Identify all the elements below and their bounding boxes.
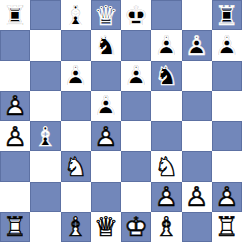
black-bishop-outline-icon: ♗ — [61, 0, 91, 30]
square-b1[interactable] — [30, 212, 60, 242]
square-c8[interactable]: ♝♗ — [61, 0, 91, 30]
square-c5[interactable] — [61, 91, 91, 121]
piece-black-knight: ♞♘ — [91, 30, 121, 60]
piece-black-rook: ♜♖ — [0, 0, 30, 30]
piece-white-rook: ♜♖ — [0, 212, 30, 242]
square-h8[interactable]: ♜♖ — [212, 0, 242, 30]
square-g4[interactable] — [182, 121, 212, 151]
white-pawn-outline-icon: ♙ — [0, 121, 30, 151]
square-d2[interactable] — [91, 182, 121, 212]
piece-black-pawn: ♟♙ — [182, 30, 212, 60]
square-b5[interactable] — [30, 91, 60, 121]
piece-white-pawn: ♟♙ — [0, 91, 30, 121]
square-e5[interactable] — [121, 91, 151, 121]
piece-white-pawn: ♟♙ — [91, 121, 121, 151]
square-c6[interactable]: ♟♙ — [61, 61, 91, 91]
square-f3[interactable]: ♞♘ — [151, 151, 181, 181]
piece-black-pawn: ♟♙ — [91, 91, 121, 121]
white-pawn-outline-icon: ♙ — [212, 182, 242, 212]
square-c2[interactable] — [61, 182, 91, 212]
piece-white-pawn: ♟♙ — [212, 182, 242, 212]
piece-white-knight: ♞♘ — [151, 151, 181, 181]
black-king-outline-icon: ♔ — [121, 0, 151, 30]
piece-white-queen: ♛♕ — [91, 212, 121, 242]
square-f8[interactable] — [151, 0, 181, 30]
black-knight-outline-icon: ♘ — [91, 30, 121, 60]
square-b2[interactable] — [30, 182, 60, 212]
square-g6[interactable] — [182, 61, 212, 91]
square-g5[interactable] — [182, 91, 212, 121]
black-knight-outline-icon: ♘ — [151, 61, 181, 91]
square-c3[interactable]: ♞♘ — [61, 151, 91, 181]
chess-board: ♜♖♝♗♛♕♚♔♜♖♞♘♟♙♟♙♟♙♟♙♟♙♞♘♟♙♟♙♟♙♝♗♟♙♞♘♞♘♟♙… — [0, 0, 242, 242]
white-pawn-outline-icon: ♙ — [182, 182, 212, 212]
square-a6[interactable] — [0, 61, 30, 91]
square-g2[interactable]: ♟♙ — [182, 182, 212, 212]
white-queen-outline-icon: ♕ — [91, 212, 121, 242]
white-pawn-outline-icon: ♙ — [0, 91, 30, 121]
white-pawn-outline-icon: ♙ — [91, 121, 121, 151]
black-pawn-outline-icon: ♙ — [182, 30, 212, 60]
black-rook-outline-icon: ♖ — [212, 0, 242, 30]
square-a2[interactable] — [0, 182, 30, 212]
piece-black-rook: ♜♖ — [212, 0, 242, 30]
square-f5[interactable] — [151, 91, 181, 121]
white-bishop-outline-icon: ♗ — [61, 212, 91, 242]
square-e8[interactable]: ♚♔ — [121, 0, 151, 30]
square-a7[interactable] — [0, 30, 30, 60]
square-f7[interactable]: ♟♙ — [151, 30, 181, 60]
black-pawn-outline-icon: ♙ — [212, 30, 242, 60]
piece-white-pawn: ♟♙ — [182, 182, 212, 212]
black-rook-outline-icon: ♖ — [0, 0, 30, 30]
piece-black-pawn: ♟♙ — [212, 30, 242, 60]
square-h7[interactable]: ♟♙ — [212, 30, 242, 60]
piece-white-rook: ♜♖ — [212, 212, 242, 242]
piece-black-pawn: ♟♙ — [121, 61, 151, 91]
square-c7[interactable] — [61, 30, 91, 60]
piece-white-pawn: ♟♙ — [151, 182, 181, 212]
square-h6[interactable] — [212, 61, 242, 91]
square-g3[interactable] — [182, 151, 212, 181]
piece-black-knight: ♞♘ — [151, 61, 181, 91]
piece-black-bishop: ♝♗ — [30, 121, 60, 151]
square-d3[interactable] — [91, 151, 121, 181]
square-a5[interactable]: ♟♙ — [0, 91, 30, 121]
piece-black-queen: ♛♕ — [91, 0, 121, 30]
square-d1[interactable]: ♛♕ — [91, 212, 121, 242]
square-g8[interactable] — [182, 0, 212, 30]
square-f2[interactable]: ♟♙ — [151, 182, 181, 212]
piece-white-bishop: ♝♗ — [61, 212, 91, 242]
square-c4[interactable] — [61, 121, 91, 151]
square-f6[interactable]: ♞♘ — [151, 61, 181, 91]
piece-white-knight: ♞♘ — [61, 151, 91, 181]
square-h1[interactable]: ♜♖ — [212, 212, 242, 242]
square-h3[interactable] — [212, 151, 242, 181]
square-a8[interactable]: ♜♖ — [0, 0, 30, 30]
black-pawn-outline-icon: ♙ — [151, 30, 181, 60]
square-c1[interactable]: ♝♗ — [61, 212, 91, 242]
square-h5[interactable] — [212, 91, 242, 121]
square-f4[interactable] — [151, 121, 181, 151]
white-knight-outline-icon: ♘ — [61, 151, 91, 181]
square-b7[interactable] — [30, 30, 60, 60]
piece-black-king: ♚♔ — [121, 0, 151, 30]
square-e7[interactable] — [121, 30, 151, 60]
square-d4[interactable]: ♟♙ — [91, 121, 121, 151]
piece-black-bishop: ♝♗ — [61, 0, 91, 30]
black-pawn-outline-icon: ♙ — [91, 91, 121, 121]
square-e6[interactable]: ♟♙ — [121, 61, 151, 91]
square-b8[interactable] — [30, 0, 60, 30]
square-h4[interactable] — [212, 121, 242, 151]
black-pawn-outline-icon: ♙ — [121, 61, 151, 91]
square-f1[interactable]: ♝♗ — [151, 212, 181, 242]
white-pawn-outline-icon: ♙ — [151, 182, 181, 212]
square-d6[interactable] — [91, 61, 121, 91]
piece-black-pawn: ♟♙ — [61, 61, 91, 91]
square-a4[interactable]: ♟♙ — [0, 121, 30, 151]
piece-white-pawn: ♟♙ — [0, 121, 30, 151]
piece-white-king: ♚♔ — [121, 212, 151, 242]
square-g7[interactable]: ♟♙ — [182, 30, 212, 60]
square-e3[interactable] — [121, 151, 151, 181]
white-rook-outline-icon: ♖ — [212, 212, 242, 242]
square-b4[interactable]: ♝♗ — [30, 121, 60, 151]
square-e4[interactable] — [121, 121, 151, 151]
square-b6[interactable] — [30, 61, 60, 91]
square-d7[interactable]: ♞♘ — [91, 30, 121, 60]
black-bishop-outline-icon: ♗ — [30, 121, 60, 151]
piece-white-bishop: ♝♗ — [151, 212, 181, 242]
white-knight-outline-icon: ♘ — [151, 151, 181, 181]
white-bishop-outline-icon: ♗ — [151, 212, 181, 242]
square-h2[interactable]: ♟♙ — [212, 182, 242, 212]
square-g1[interactable] — [182, 212, 212, 242]
square-a1[interactable]: ♜♖ — [0, 212, 30, 242]
square-b3[interactable] — [30, 151, 60, 181]
black-pawn-outline-icon: ♙ — [61, 61, 91, 91]
square-e2[interactable] — [121, 182, 151, 212]
square-e1[interactable]: ♚♔ — [121, 212, 151, 242]
white-rook-outline-icon: ♖ — [0, 212, 30, 242]
piece-black-pawn: ♟♙ — [151, 30, 181, 60]
square-a3[interactable] — [0, 151, 30, 181]
white-king-outline-icon: ♔ — [121, 212, 151, 242]
square-d8[interactable]: ♛♕ — [91, 0, 121, 30]
square-d5[interactable]: ♟♙ — [91, 91, 121, 121]
black-queen-outline-icon: ♕ — [91, 0, 121, 30]
